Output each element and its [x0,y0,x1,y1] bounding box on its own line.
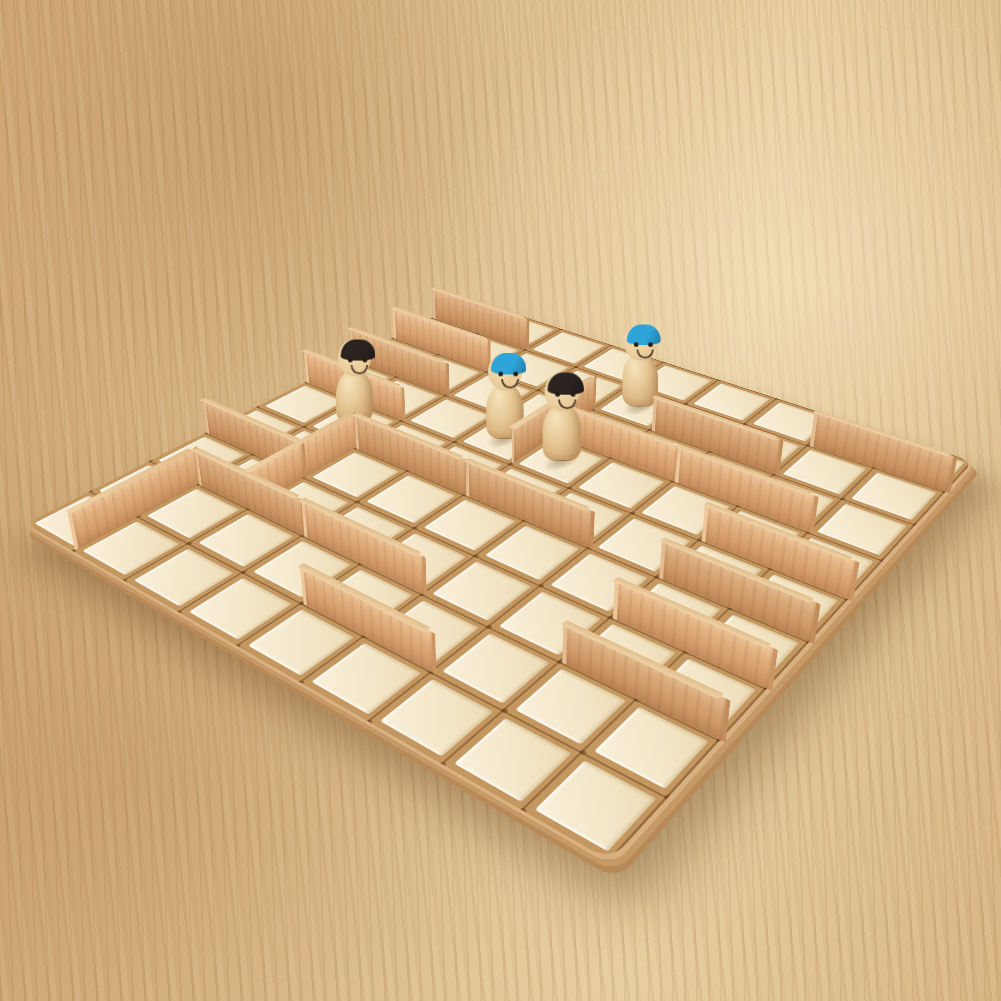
pawn-eye [362,358,367,363]
pawn-eye [347,358,352,363]
pawn-body [622,355,658,407]
pawn-head [487,353,521,390]
scene [0,0,1001,1001]
pawn-hair-blue [490,353,526,374]
pawn-hair-black [340,340,375,361]
pawn-hair-blue [626,325,660,346]
pawn-eye [555,392,560,397]
pawn-head [544,373,579,411]
pawn-eye [513,372,518,377]
pawn-eye [570,392,575,397]
product-photo [0,0,1001,1001]
pawn-hair-black [547,373,584,395]
pawn-head [337,340,370,377]
pawn-eye [633,342,637,346]
pawn-head [623,325,655,361]
pawn-body [542,405,580,461]
board-tile[interactable] [817,504,907,556]
pawn-figure [540,371,582,461]
pawn-figure [620,323,659,407]
quoridor-board[interactable] [25,299,973,861]
pawn-eye [498,372,503,377]
pawn-figure [334,338,374,424]
pawn-eye [648,342,652,346]
